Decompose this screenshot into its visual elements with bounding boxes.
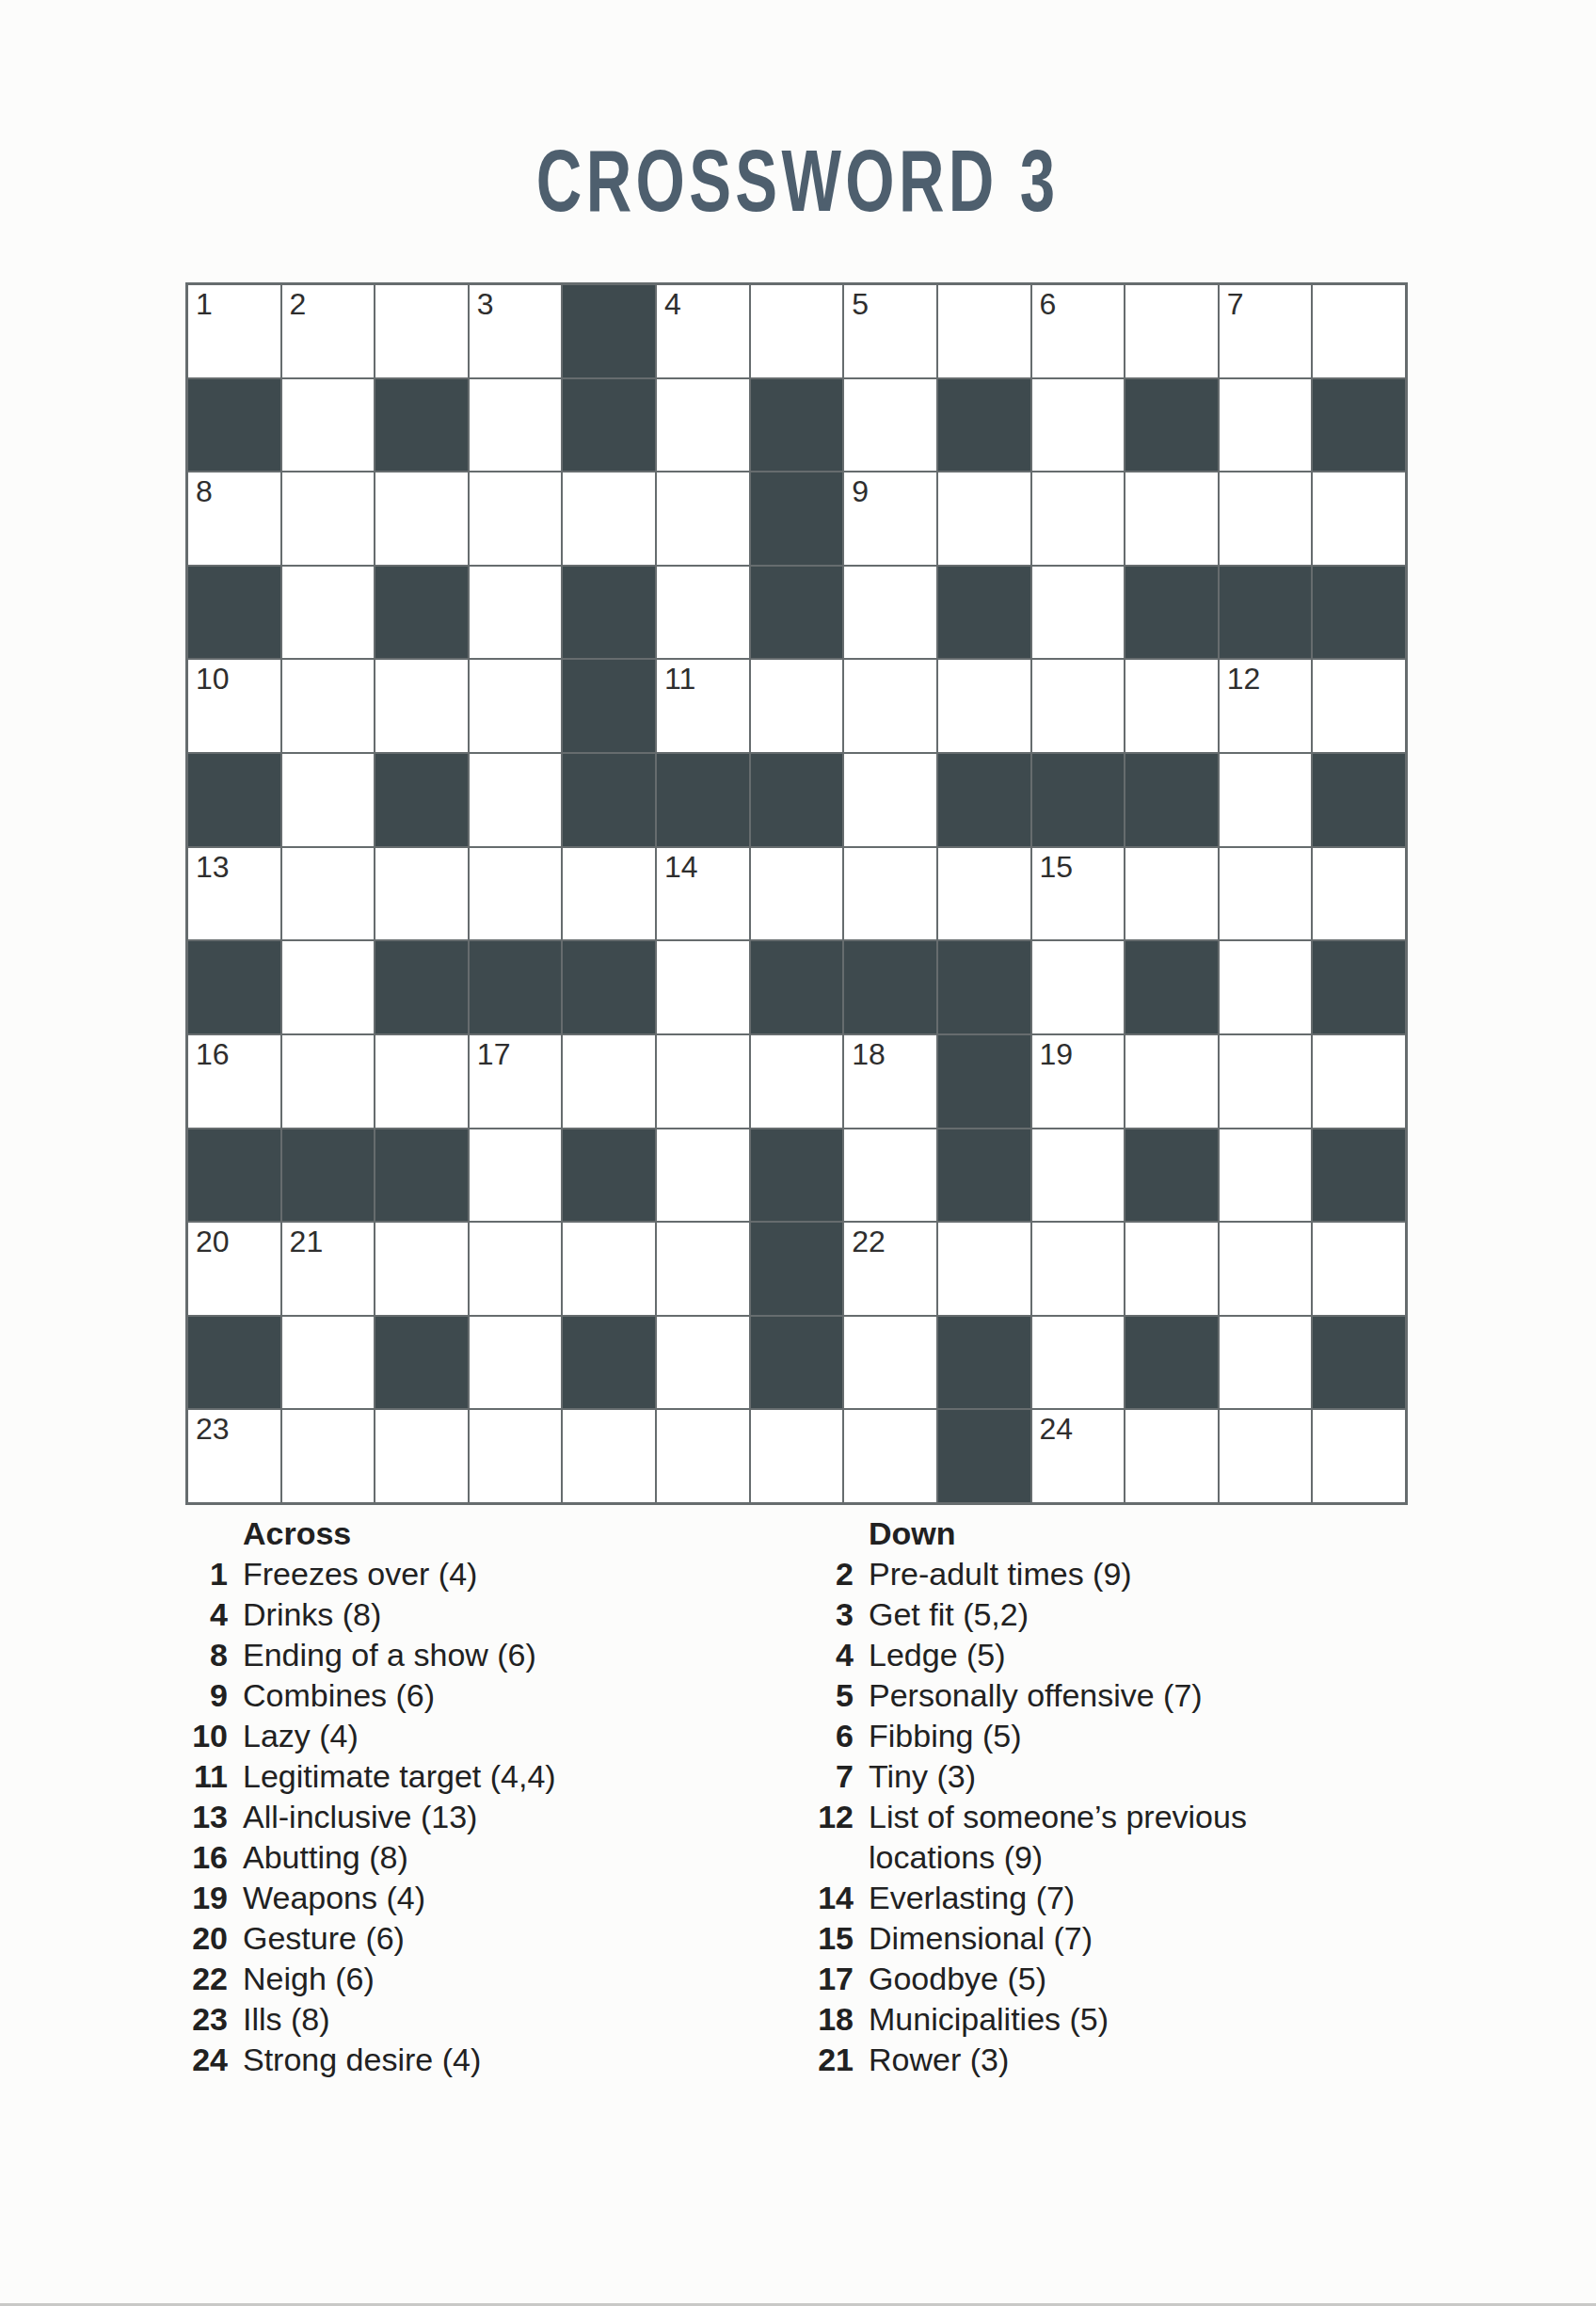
grid-cell[interactable]: [281, 847, 375, 941]
block-cell: [750, 566, 844, 660]
page-title-row: CROSSWORD 3: [0, 132, 1596, 231]
down-heading: Down: [869, 1513, 1369, 1554]
block-cell: [656, 753, 750, 847]
grid-cell[interactable]: [750, 1409, 844, 1503]
clue-number: 8: [179, 1635, 228, 1675]
block-cell: [1125, 753, 1219, 847]
grid-cell[interactable]: 15: [1031, 847, 1125, 941]
grid-cell[interactable]: [1031, 1129, 1125, 1223]
clue-text: Pre-adult times (9): [869, 1554, 1369, 1594]
clue-text: Ledge (5): [869, 1635, 1369, 1675]
grid-cell[interactable]: 11: [656, 659, 750, 753]
clue-text: Weapons (4): [243, 1878, 800, 1918]
clue-text: Dimensional (7): [869, 1918, 1369, 1959]
block-cell: [375, 566, 469, 660]
clue-text: Goodbye (5): [869, 1959, 1369, 1999]
cell-number: 2: [290, 287, 307, 321]
grid-cell[interactable]: [750, 284, 844, 378]
block-cell: [375, 378, 469, 472]
clue-text: Legitimate target (4,4): [243, 1756, 800, 1797]
cell-number: 6: [1040, 287, 1057, 321]
block-cell: [1031, 753, 1125, 847]
grid-cell[interactable]: [843, 1316, 937, 1410]
cell-number: 16: [196, 1037, 230, 1071]
clue-number: 10: [179, 1716, 228, 1756]
block-cell: [750, 378, 844, 472]
grid-cell[interactable]: 23: [187, 1409, 281, 1503]
grid-cell[interactable]: [375, 1222, 469, 1316]
clue-number: 11: [179, 1756, 228, 1797]
grid-cell[interactable]: 7: [1219, 284, 1313, 378]
grid-cell[interactable]: [281, 1034, 375, 1129]
clue-text: All-inclusive (13): [243, 1797, 800, 1837]
clue-text: Get fit (5,2): [869, 1594, 1369, 1635]
clue-number: 17: [805, 1959, 854, 1999]
block-cell: [562, 659, 656, 753]
clue-number: 4: [805, 1635, 854, 1675]
block-cell: [750, 472, 844, 566]
block-cell: [375, 1316, 469, 1410]
clue-text: Municipalities (5): [869, 1999, 1369, 2040]
block-cell: [1312, 1316, 1406, 1410]
clue-number: 20: [179, 1918, 228, 1959]
grid-cell[interactable]: [1031, 566, 1125, 660]
cell-number: 9: [852, 474, 869, 508]
grid-cell[interactable]: [1219, 1316, 1313, 1410]
grid-cell[interactable]: 10: [187, 659, 281, 753]
grid-cell[interactable]: 19: [1031, 1034, 1125, 1129]
block-cell: [750, 1222, 844, 1316]
grid-cell[interactable]: [375, 1409, 469, 1503]
clue-text: List of someone’s previous locations (9): [869, 1797, 1369, 1878]
block-cell: [750, 1316, 844, 1410]
grid-cell[interactable]: [469, 472, 563, 566]
block-cell: [1125, 1129, 1219, 1223]
cell-number: 18: [852, 1037, 886, 1071]
grid-cell[interactable]: [562, 1034, 656, 1129]
block-cell: [750, 1129, 844, 1223]
block-cell: [750, 940, 844, 1034]
clue-text: Combines (6): [243, 1675, 800, 1716]
block-cell: [937, 1409, 1031, 1503]
block-cell: [187, 753, 281, 847]
clue-text: Personally offensive (7): [869, 1675, 1369, 1716]
block-cell: [1219, 566, 1313, 660]
grid-cell[interactable]: [281, 472, 375, 566]
grid-cell[interactable]: [656, 566, 750, 660]
block-cell: [1312, 378, 1406, 472]
block-cell: [375, 940, 469, 1034]
cell-number: 10: [196, 662, 230, 696]
block-cell: [562, 1316, 656, 1410]
cell-number: 15: [1040, 850, 1074, 884]
clue-text: Tiny (3): [869, 1756, 1369, 1797]
clue-text: Neigh (6): [243, 1959, 800, 1999]
grid-cell[interactable]: [1031, 1222, 1125, 1316]
clue-text: Freezes over (4): [243, 1554, 800, 1594]
cell-number: 21: [290, 1225, 324, 1258]
cell-number: 1: [196, 287, 213, 321]
grid-cell[interactable]: [469, 1129, 563, 1223]
clue-text: Everlasting (7): [869, 1878, 1369, 1918]
grid-cell[interactable]: [750, 847, 844, 941]
down-clues: Down 2Pre-adult times (9)3Get fit (5,2)4…: [805, 1513, 1369, 2080]
grid-cell[interactable]: [281, 753, 375, 847]
block-cell: [937, 1034, 1031, 1129]
grid-cell[interactable]: 18: [843, 1034, 937, 1129]
grid-cell[interactable]: 16: [187, 1034, 281, 1129]
grid-cell[interactable]: 3: [469, 284, 563, 378]
clue-number: 5: [805, 1675, 854, 1716]
cell-number: 12: [1227, 662, 1261, 696]
clue-number: 13: [179, 1797, 228, 1837]
grid-cell[interactable]: [375, 284, 469, 378]
grid-cell[interactable]: [937, 847, 1031, 941]
clue-number: 2: [805, 1554, 854, 1594]
cell-number: 19: [1040, 1037, 1074, 1071]
grid-cell[interactable]: [1125, 1409, 1219, 1503]
grid-cell[interactable]: [1031, 472, 1125, 566]
cell-number: 11: [664, 662, 695, 696]
grid-cell[interactable]: [469, 378, 563, 472]
block-cell: [1125, 940, 1219, 1034]
grid-cell[interactable]: [656, 940, 750, 1034]
grid-cell[interactable]: [1312, 1409, 1406, 1503]
grid-cell[interactable]: 24: [1031, 1409, 1125, 1503]
block-cell: [562, 1129, 656, 1223]
grid-cell[interactable]: [281, 940, 375, 1034]
grid-cell[interactable]: [1219, 1409, 1313, 1503]
page-title: CROSSWORD 3: [536, 132, 1060, 231]
cell-number: 13: [196, 850, 230, 884]
block-cell: [1312, 1129, 1406, 1223]
clue-number: 22: [179, 1959, 228, 1999]
grid-cell[interactable]: 14: [656, 847, 750, 941]
block-cell: [562, 753, 656, 847]
grid-cell[interactable]: [469, 659, 563, 753]
grid-cell[interactable]: [1125, 284, 1219, 378]
grid-cell[interactable]: [1125, 1222, 1219, 1316]
clue-number: 24: [179, 2040, 228, 2080]
grid-cell[interactable]: 6: [1031, 284, 1125, 378]
grid-cell[interactable]: [562, 472, 656, 566]
cell-number: 5: [852, 287, 869, 321]
grid-cell[interactable]: [1219, 1222, 1313, 1316]
cell-number: 7: [1227, 287, 1244, 321]
grid-cell[interactable]: [1219, 378, 1313, 472]
grid-cell[interactable]: [656, 1129, 750, 1223]
grid-cell[interactable]: [1312, 472, 1406, 566]
grid-cell[interactable]: [375, 472, 469, 566]
grid-cell[interactable]: [1312, 1222, 1406, 1316]
clue-number: 9: [179, 1675, 228, 1716]
grid-cell[interactable]: [469, 1316, 563, 1410]
grid-cell[interactable]: [1031, 659, 1125, 753]
grid-cell[interactable]: [1312, 847, 1406, 941]
page: { "game": "crossword", "title": "CROSSWO…: [0, 0, 1596, 2306]
clue-text: Fibbing (5): [869, 1716, 1369, 1756]
cell-number: 3: [477, 287, 494, 321]
across-clues: Across 1Freezes over (4)4Drinks (8)8Endi…: [179, 1513, 800, 2080]
grid-cell[interactable]: [281, 378, 375, 472]
clue-text: Abutting (8): [243, 1837, 800, 1878]
block-cell: [843, 940, 937, 1034]
block-cell: [1312, 566, 1406, 660]
clue-number: 1: [179, 1554, 228, 1594]
cell-number: 17: [477, 1037, 511, 1071]
grid-cell[interactable]: 5: [843, 284, 937, 378]
clue-number: 19: [179, 1878, 228, 1918]
grid-cell[interactable]: [937, 472, 1031, 566]
grid-cell[interactable]: 12: [1219, 659, 1313, 753]
clue-text: Lazy (4): [243, 1716, 800, 1756]
grid-cell[interactable]: 20: [187, 1222, 281, 1316]
block-cell: [1125, 566, 1219, 660]
clue-number: 4: [179, 1594, 228, 1635]
cell-number: 22: [852, 1225, 886, 1258]
across-heading: Across: [243, 1513, 800, 1554]
grid-cell[interactable]: [562, 1222, 656, 1316]
grid-cell[interactable]: [843, 847, 937, 941]
grid-cell[interactable]: [656, 472, 750, 566]
block-cell: [937, 940, 1031, 1034]
clue-number: 14: [805, 1878, 854, 1918]
clue-text: Rower (3): [869, 2040, 1369, 2080]
grid-cell[interactable]: [750, 1034, 844, 1129]
clue-text: Drinks (8): [243, 1594, 800, 1635]
grid-cell[interactable]: [1031, 940, 1125, 1034]
block-cell: [187, 1129, 281, 1223]
clue-number: 18: [805, 1999, 854, 2040]
block-cell: [937, 1129, 1031, 1223]
grid-cell[interactable]: [843, 566, 937, 660]
grid-cell[interactable]: [1219, 847, 1313, 941]
block-cell: [750, 753, 844, 847]
grid-cell[interactable]: 2: [281, 284, 375, 378]
grid-cell[interactable]: [656, 1409, 750, 1503]
block-cell: [187, 1316, 281, 1410]
grid-cell[interactable]: [656, 1316, 750, 1410]
grid-cell[interactable]: [281, 1316, 375, 1410]
grid-cell[interactable]: [375, 659, 469, 753]
clue-number: 7: [805, 1756, 854, 1797]
grid-cell[interactable]: 13: [187, 847, 281, 941]
grid-cell[interactable]: [656, 378, 750, 472]
grid-cell[interactable]: [937, 659, 1031, 753]
crossword-grid: 123456789101112131415161718192021222324: [185, 282, 1408, 1505]
clue-number: 23: [179, 1999, 228, 2040]
grid-cell[interactable]: [469, 1222, 563, 1316]
grid-cell[interactable]: 4: [656, 284, 750, 378]
grid-cell[interactable]: [750, 659, 844, 753]
grid-cell[interactable]: [1125, 1034, 1219, 1129]
heading-spacer: [805, 1513, 854, 1554]
grid-cell[interactable]: 8: [187, 472, 281, 566]
block-cell: [562, 378, 656, 472]
grid-cell[interactable]: [1219, 1129, 1313, 1223]
clue-text: Gesture (6): [243, 1918, 800, 1959]
clue-number: 3: [805, 1594, 854, 1635]
block-cell: [187, 566, 281, 660]
cell-number: 24: [1040, 1412, 1074, 1446]
clue-text: Strong desire (4): [243, 2040, 800, 2080]
block-cell: [1125, 1316, 1219, 1410]
grid-cell[interactable]: [1125, 659, 1219, 753]
heading-spacer: [179, 1513, 228, 1554]
grid-cell[interactable]: [469, 753, 563, 847]
grid-cell[interactable]: [1219, 1034, 1313, 1129]
grid-cell[interactable]: [843, 378, 937, 472]
clue-number: 12: [805, 1797, 854, 1878]
grid-cell[interactable]: [1312, 659, 1406, 753]
block-cell: [1125, 378, 1219, 472]
cell-number: 20: [196, 1225, 230, 1258]
grid-cell[interactable]: [1125, 847, 1219, 941]
clue-text: Ending of a show (6): [243, 1635, 800, 1675]
grid-cell[interactable]: [1031, 378, 1125, 472]
grid-cell[interactable]: [375, 1034, 469, 1129]
grid-cell[interactable]: 9: [843, 472, 937, 566]
block-cell: [187, 378, 281, 472]
grid-cell[interactable]: [1125, 472, 1219, 566]
grid-cell[interactable]: [1219, 940, 1313, 1034]
grid-cell[interactable]: [1312, 284, 1406, 378]
block-cell: [937, 753, 1031, 847]
cell-number: 23: [196, 1412, 230, 1446]
block-cell: [1312, 940, 1406, 1034]
grid-cell[interactable]: [1219, 472, 1313, 566]
block-cell: [1312, 753, 1406, 847]
block-cell: [469, 940, 563, 1034]
grid-cell[interactable]: 22: [843, 1222, 937, 1316]
cell-number: 8: [196, 474, 213, 508]
block-cell: [562, 566, 656, 660]
grid-cell[interactable]: [843, 753, 937, 847]
grid-cell[interactable]: [281, 566, 375, 660]
grid-cell[interactable]: [843, 1409, 937, 1503]
grid-cell[interactable]: [1031, 1316, 1125, 1410]
grid-cell[interactable]: [375, 847, 469, 941]
clue-number: 16: [179, 1837, 228, 1878]
cell-number: 14: [664, 850, 698, 884]
block-cell: [187, 940, 281, 1034]
grid-cell[interactable]: [1219, 753, 1313, 847]
grid-cell[interactable]: [469, 566, 563, 660]
clue-text: Ills (8): [243, 1999, 800, 2040]
block-cell: [375, 1129, 469, 1223]
block-cell: [562, 940, 656, 1034]
grid-cell[interactable]: [656, 1034, 750, 1129]
block-cell: [562, 284, 656, 378]
grid-cell[interactable]: [281, 1409, 375, 1503]
block-cell: [937, 1316, 1031, 1410]
clue-number: 21: [805, 2040, 854, 2080]
grid-cell[interactable]: [562, 1409, 656, 1503]
grid-cell[interactable]: 1: [187, 284, 281, 378]
cell-number: 4: [664, 287, 681, 321]
clue-number: 6: [805, 1716, 854, 1756]
grid-cell[interactable]: [1312, 1034, 1406, 1129]
block-cell: [937, 378, 1031, 472]
grid-cell[interactable]: [937, 284, 1031, 378]
grid-cell[interactable]: [562, 847, 656, 941]
grid-cell[interactable]: [281, 659, 375, 753]
clue-number: 15: [805, 1918, 854, 1959]
grid-cell[interactable]: [843, 659, 937, 753]
grid-cell[interactable]: [843, 1129, 937, 1223]
grid-cell[interactable]: [469, 1409, 563, 1503]
grid-cell[interactable]: 21: [281, 1222, 375, 1316]
grid-cell[interactable]: [656, 1222, 750, 1316]
block-cell: [281, 1129, 375, 1223]
block-cell: [375, 753, 469, 847]
block-cell: [937, 566, 1031, 660]
grid-cell[interactable]: [469, 847, 563, 941]
grid-cell[interactable]: 17: [469, 1034, 563, 1129]
grid-cell[interactable]: [937, 1222, 1031, 1316]
